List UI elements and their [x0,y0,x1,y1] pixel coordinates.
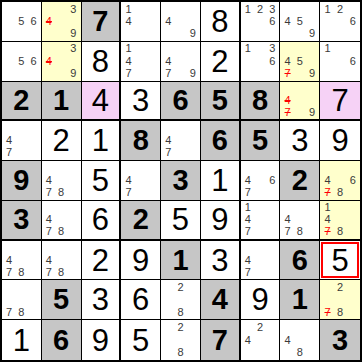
cell-r4c3[interactable]: 1 [82,121,122,161]
cell-r5c5[interactable]: 3 [161,161,201,201]
empty-candidate-slot [334,214,347,226]
given-digit: 6 [172,86,188,115]
empty-candidate-slot [15,3,27,15]
cell-r9c3[interactable]: 9 [82,320,122,360]
empty-candidate-slot [55,174,67,186]
empty-candidate-slot [266,226,278,238]
cell-r6c7[interactable]: 147 [241,201,281,241]
empty-candidate-slot [334,174,347,186]
cell-r3c2[interactable]: 1 [42,82,82,122]
cell-r6c1[interactable]: 3 [2,201,42,241]
candidate-4: 4 [242,254,254,266]
empty-candidate-slot [266,67,278,79]
cell-r1c9[interactable]: 126 [320,2,360,42]
cell-r1c3[interactable]: 7 [82,2,122,42]
cell-r6c2[interactable]: 478 [42,201,82,241]
empty-candidate-slot [266,346,278,359]
empty-candidate-slot [174,147,186,159]
cell-r3c6[interactable]: 5 [201,82,241,122]
candidate-6: 6 [266,15,278,27]
empty-candidate-slot [242,15,254,27]
cell-r8c5[interactable]: 28 [161,280,201,320]
empty-candidate-slot [28,242,40,254]
empty-candidate-slot [306,334,318,347]
candidate-4: 4 [162,55,174,67]
candidate-8: 8 [55,187,67,199]
empty-candidate-slot [55,3,67,15]
cell-r2c8[interactable]: 4579 [280,42,320,82]
empty-candidate-slot [334,43,347,55]
cell-r4c1[interactable]: 47 [2,121,42,161]
empty-candidate-slot [346,226,359,238]
candidate-8: 8 [174,306,186,318]
candidate-7: 7 [3,306,15,318]
empty-candidate-slot [187,294,199,306]
empty-candidate-slot [294,106,306,118]
candidate-3: 3 [67,3,79,15]
cell-r1c4[interactable]: 14 [121,2,161,42]
candidate-grid: 14 [122,3,159,40]
cell-r3c1[interactable]: 2 [2,82,42,122]
candidate-7: 7 [242,187,254,199]
cell-r4c6[interactable]: 6 [201,121,241,161]
solved-digit: 5 [132,325,149,356]
empty-candidate-slot [334,15,347,27]
solved-digit: 5 [331,245,348,276]
cell-r2c5[interactable]: 479 [161,42,201,82]
cell-r6c8[interactable]: 478 [280,201,320,241]
candidate-5: 5 [15,55,27,67]
cell-r1c6[interactable]: 8 [201,2,241,42]
empty-candidate-slot [187,43,199,55]
empty-candidate-slot [254,202,266,214]
cell-r6c4[interactable]: 2 [121,201,161,241]
candidate-7: 7 [281,226,293,238]
empty-candidate-slot [174,135,186,147]
solved-digit: 8 [92,46,109,77]
empty-candidate-slot [306,202,318,214]
candidate-grid: 478 [3,242,40,279]
empty-candidate-slot [55,202,67,214]
empty-candidate-slot [3,28,15,40]
empty-candidate-slot [43,242,55,254]
empty-candidate-slot [306,321,318,334]
empty-candidate-slot [187,135,199,147]
empty-candidate-slot [281,43,293,55]
cell-r5c2[interactable]: 478 [42,161,82,201]
candidate-6: 6 [346,15,359,27]
empty-candidate-slot [242,346,254,359]
empty-candidate-slot [294,43,306,55]
empty-candidate-slot [187,147,199,159]
empty-candidate-slot [15,281,27,293]
cell-r9c1[interactable]: 1 [2,320,42,360]
candidate-grid: 47 [3,122,40,159]
empty-candidate-slot [67,174,79,186]
empty-candidate-slot [187,3,199,15]
cell-r4c2[interactable]: 2 [42,121,82,161]
given-digit: 2 [292,166,308,195]
solved-digit: 1 [211,165,228,196]
cell-r7c7[interactable]: 47 [241,241,281,281]
given-digit: 4 [212,285,228,314]
solved-digit: 3 [291,125,308,156]
empty-candidate-slot [187,15,199,27]
cell-r1c8[interactable]: 459 [280,2,320,42]
cell-r4c7[interactable]: 5 [241,121,281,161]
empty-candidate-slot [254,254,266,266]
empty-candidate-slot [187,306,199,318]
candidate-1: 1 [122,3,134,15]
candidate-4: 4 [43,174,55,186]
empty-candidate-slot [346,202,359,214]
empty-candidate-slot [306,3,318,15]
cell-r4c8[interactable]: 3 [280,121,320,161]
cell-r9c9[interactable]: 3 [320,320,360,360]
cell-r1c2[interactable]: 349 [42,2,82,42]
empty-candidate-slot [43,162,55,174]
candidate-4: 4 [242,334,254,347]
empty-candidate-slot [174,67,186,79]
given-digit: 5 [252,126,268,155]
candidate-4: 4 [162,15,174,27]
empty-candidate-slot [254,28,266,40]
cell-r2c2[interactable]: 349 [42,42,82,82]
cell-r4c5[interactable]: 47 [161,121,201,161]
solved-digit: 4 [92,85,109,116]
candidate-8: 8 [334,187,347,199]
candidate-9: 9 [306,28,318,40]
empty-candidate-slot [3,122,15,134]
empty-candidate-slot [334,294,347,306]
candidate-grid: 28 [162,281,199,318]
empty-candidate-slot [334,162,347,174]
empty-candidate-slot [147,162,159,174]
candidate-3: 3 [266,3,278,15]
candidate-6: 6 [266,55,278,67]
empty-candidate-slot [28,28,40,40]
candidate-9: 9 [306,67,318,79]
cell-r7c1[interactable]: 478 [2,241,42,281]
empty-candidate-slot [67,162,79,174]
empty-candidate-slot [3,3,15,15]
solved-digit: 3 [211,245,228,276]
candidate-7: 7 [242,226,254,238]
candidate-grid: 147 [242,202,279,238]
cell-r8c1[interactable]: 78 [2,280,42,320]
empty-candidate-slot [55,67,67,79]
candidate-2: 2 [254,3,266,15]
empty-candidate-slot [43,67,55,79]
cell-r1c1[interactable]: 56 [2,2,42,42]
candidate-grid: 349 [43,43,80,80]
cell-r7c5[interactable]: 1 [161,241,201,281]
cell-r8c7[interactable]: 9 [241,280,281,320]
cell-r8c2[interactable]: 5 [42,280,82,320]
cell-r3c3[interactable]: 4 [82,82,122,122]
empty-candidate-slot [122,162,134,174]
candidate-grid: 479 [162,43,199,80]
candidate-8: 8 [294,226,306,238]
empty-candidate-slot [147,55,159,67]
cell-r9c7[interactable]: 24 [241,320,281,360]
candidate-grid: 56 [3,3,40,40]
cell-r9c2[interactable]: 6 [42,320,82,360]
cell-r2c6[interactable]: 2 [201,42,241,82]
empty-candidate-slot [187,346,199,359]
cell-r5c8[interactable]: 2 [280,161,320,201]
empty-candidate-slot [55,214,67,226]
candidate-4: 4 [281,214,293,226]
empty-candidate-slot [346,294,359,306]
empty-candidate-slot [346,306,359,318]
empty-candidate-slot [254,266,266,278]
cell-r5c4[interactable]: 47 [121,161,161,201]
candidate-4: 4 [3,254,15,266]
empty-candidate-slot [254,187,266,199]
empty-candidate-slot [254,346,266,359]
candidate-4: 4 [122,174,134,186]
empty-candidate-slot [55,28,67,40]
given-digit: 8 [133,126,149,155]
cell-r6c6[interactable]: 9 [201,201,241,241]
cell-r9c5[interactable]: 28 [161,320,201,360]
cell-r7c9[interactable]: 5 [320,241,360,281]
candidate-1: 1 [242,202,254,214]
candidate-grid: 278 [321,281,359,318]
cell-r7c2[interactable]: 478 [42,241,82,281]
candidate-grid: 478 [43,202,80,238]
empty-candidate-slot [67,266,79,278]
empty-candidate-slot [254,162,266,174]
cell-r8c6[interactable]: 4 [201,280,241,320]
empty-candidate-slot [162,294,174,306]
given-digit: 5 [53,285,69,314]
cell-r3c7[interactable]: 8 [241,82,281,122]
candidate-grid: 126 [321,3,359,40]
solved-digit: 3 [92,284,109,315]
candidate-1: 1 [321,202,334,214]
empty-candidate-slot [3,55,15,67]
empty-candidate-slot [162,3,174,15]
empty-candidate-slot [281,28,293,40]
empty-candidate-slot [346,28,359,40]
candidate-grid: 49 [162,3,199,40]
given-digit: 5 [212,86,228,115]
cell-r2c4[interactable]: 147 [121,42,161,82]
empty-candidate-slot [67,15,79,27]
empty-candidate-slot [306,43,318,55]
empty-candidate-slot [67,242,79,254]
candidate-2: 2 [174,281,186,293]
candidate-7: 7 [242,266,254,278]
empty-candidate-slot [67,187,79,199]
cell-r3c8[interactable]: 479 [280,82,320,122]
candidate-7: 7 [43,226,55,238]
eliminated-candidate-7: 7 [321,306,334,318]
solved-digit: 6 [132,284,149,315]
empty-candidate-slot [334,55,347,67]
empty-candidate-slot [67,214,79,226]
empty-candidate-slot [135,15,147,27]
candidate-4: 4 [122,55,134,67]
solved-digit: 1 [92,125,109,156]
empty-candidate-slot [281,321,293,334]
solved-digit: 2 [53,125,70,156]
empty-candidate-slot [43,28,55,40]
cell-r6c9[interactable]: 1478 [320,201,360,241]
cell-r2c1[interactable]: 56 [2,42,42,82]
candidate-grid: 4579 [281,43,318,80]
candidate-3: 3 [266,43,278,55]
eliminated-candidate-4: 4 [43,55,55,67]
sudoku-board: 5634971449812364591265634981474792136457… [0,0,362,362]
candidate-6: 6 [346,55,359,67]
cell-r9c8[interactable]: 48 [280,320,320,360]
candidate-grid: 147 [122,43,159,80]
empty-candidate-slot [187,122,199,134]
cell-r6c5[interactable]: 5 [161,201,201,241]
cell-r9c4[interactable]: 5 [121,320,161,360]
candidate-grid: 28 [162,321,199,359]
candidate-2: 2 [174,321,186,334]
cell-r7c3[interactable]: 2 [82,241,122,281]
empty-candidate-slot [3,281,15,293]
cell-r8c8[interactable]: 1 [280,280,320,320]
cell-r7c4[interactable]: 9 [121,241,161,281]
empty-candidate-slot [254,55,266,67]
candidate-6: 6 [28,15,40,27]
cell-r4c4[interactable]: 8 [121,121,161,161]
cell-r5c6[interactable]: 1 [201,161,241,201]
candidate-7: 7 [162,67,174,79]
empty-candidate-slot [135,55,147,67]
cell-r2c9[interactable]: 16 [320,42,360,82]
candidate-4: 4 [43,214,55,226]
empty-candidate-slot [135,174,147,186]
empty-candidate-slot [281,346,293,359]
candidate-7: 7 [3,266,15,278]
cell-r7c6[interactable]: 3 [201,241,241,281]
empty-candidate-slot [3,294,15,306]
solved-digit: 1 [13,325,30,356]
empty-candidate-slot [147,28,159,40]
candidate-grid: 1236 [242,3,279,40]
empty-candidate-slot [174,15,186,27]
given-digit: 2 [133,205,149,234]
empty-candidate-slot [174,334,186,347]
candidate-grid: 48 [281,321,318,359]
cell-r5c1[interactable]: 9 [2,161,42,201]
cell-r3c4[interactable]: 3 [121,82,161,122]
empty-candidate-slot [162,321,174,334]
cell-r3c5[interactable]: 6 [161,82,201,122]
cell-r3c9[interactable]: 7 [320,82,360,122]
cell-r8c9[interactable]: 278 [320,280,360,320]
empty-candidate-slot [266,321,278,334]
empty-candidate-slot [306,55,318,67]
candidate-grid: 136 [242,43,279,80]
empty-candidate-slot [55,15,67,27]
candidate-9: 9 [187,28,199,40]
solved-digit: 9 [331,125,348,156]
empty-candidate-slot [306,226,318,238]
candidate-4: 4 [321,174,334,186]
candidate-1: 1 [122,43,134,55]
eliminated-candidate-4: 4 [43,15,55,27]
cell-r1c7[interactable]: 1236 [241,2,281,42]
cell-r4c9[interactable]: 9 [320,121,360,161]
empty-candidate-slot [174,122,186,134]
empty-candidate-slot [3,242,15,254]
cell-r5c3[interactable]: 5 [82,161,122,201]
eliminated-candidate-7: 7 [281,67,293,79]
candidate-grid: 1478 [321,202,359,238]
empty-candidate-slot [294,28,306,40]
cell-r9c6[interactable]: 7 [201,320,241,360]
candidate-4: 4 [242,214,254,226]
candidate-7: 7 [122,67,134,79]
candidate-grid: 349 [43,3,80,40]
candidate-1: 1 [242,3,254,15]
candidate-grid: 78 [3,281,40,318]
empty-candidate-slot [294,334,306,347]
candidate-9: 9 [67,67,79,79]
cell-r2c3[interactable]: 8 [82,42,122,82]
empty-candidate-slot [254,174,266,186]
cell-r8c4[interactable]: 6 [121,280,161,320]
cell-r8c3[interactable]: 3 [82,280,122,320]
given-digit: 2 [13,86,29,115]
given-digit: 1 [292,285,308,314]
empty-candidate-slot [254,226,266,238]
empty-candidate-slot [67,55,79,67]
candidate-1: 1 [242,43,254,55]
candidate-8: 8 [55,266,67,278]
empty-candidate-slot [43,202,55,214]
empty-candidate-slot [266,187,278,199]
empty-candidate-slot [294,67,306,79]
empty-candidate-slot [346,214,359,226]
cell-r1c5[interactable]: 49 [161,2,201,42]
empty-candidate-slot [242,55,254,67]
empty-candidate-slot [306,15,318,27]
cell-r5c7[interactable]: 467 [241,161,281,201]
candidate-7: 7 [122,187,134,199]
candidate-grid: 47 [242,242,279,279]
empty-candidate-slot [55,254,67,266]
empty-candidate-slot [15,43,27,55]
empty-candidate-slot [254,67,266,79]
solved-digit: 5 [92,165,109,196]
candidate-8: 8 [174,346,186,359]
empty-candidate-slot [28,135,40,147]
given-digit: 3 [13,205,29,234]
empty-candidate-slot [28,281,40,293]
solved-digit: 2 [211,46,228,77]
solved-digit: 9 [251,284,268,315]
candidate-9: 9 [67,28,79,40]
cell-r5c9[interactable]: 4678 [320,161,360,201]
empty-candidate-slot [28,67,40,79]
empty-candidate-slot [187,334,199,347]
solved-digit: 8 [211,6,228,37]
cell-r7c8[interactable]: 6 [280,241,320,281]
empty-candidate-slot [254,43,266,55]
empty-candidate-slot [321,15,334,27]
cell-r6c3[interactable]: 6 [82,201,122,241]
cell-r2c7[interactable]: 136 [241,42,281,82]
